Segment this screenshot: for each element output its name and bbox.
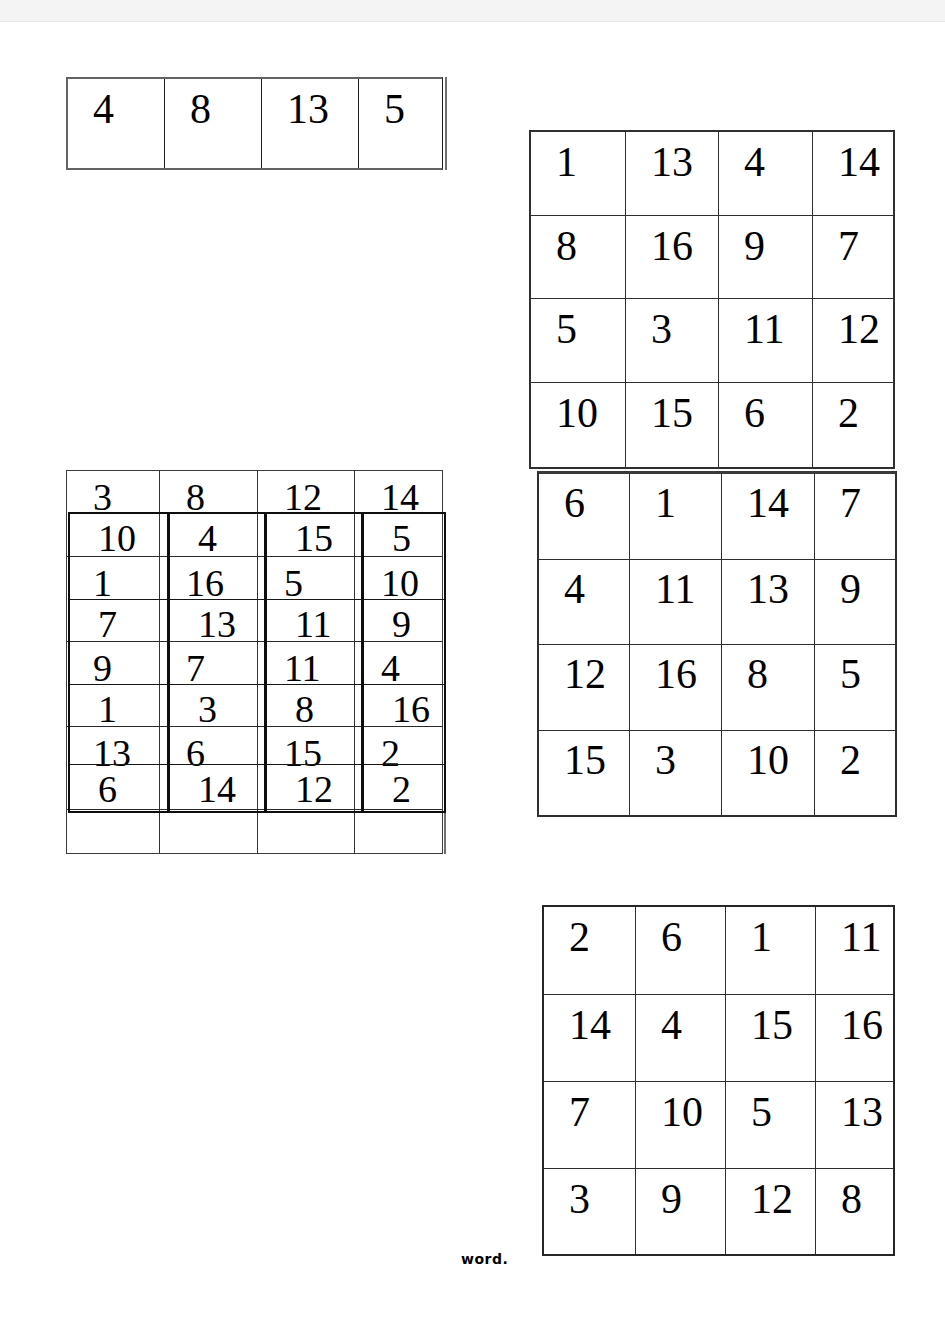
grid-cell: 5 — [531, 298, 625, 382]
schulte-grid-left-overlay: 10415571311913816614122 — [68, 512, 446, 813]
grid-cell: 1 — [629, 474, 721, 559]
grid-cell: 8 — [264, 684, 361, 764]
grid-cell: 4 — [167, 514, 264, 599]
grid-cell: 6 — [70, 764, 167, 811]
grid-cell: 2 — [814, 730, 895, 815]
grid-cell: 8 — [721, 644, 814, 730]
grid-cell: 13 — [167, 599, 264, 684]
grid-cell: 7 — [812, 215, 893, 298]
grid-cell — [257, 809, 354, 853]
grid-cell: 14 — [812, 132, 893, 215]
grid-cell: 3 — [544, 1168, 635, 1254]
grid-cell: 4 — [635, 994, 725, 1081]
grid-cell: 9 — [361, 599, 444, 684]
grid-cell: 13 — [625, 132, 718, 215]
schulte-grid-right-middle: 61147411139121685153102 — [537, 471, 897, 817]
grid-cell — [354, 809, 442, 853]
grid-cell: 10 — [531, 382, 625, 467]
worksheet-page: { "game": "schulte-table-number-grid-wor… — [0, 0, 945, 1337]
grid-cell: 1 — [531, 132, 625, 215]
grid-cell: 13 — [721, 559, 814, 644]
grid-cell: 5 — [358, 79, 442, 168]
strip-outer-right-line — [445, 77, 447, 170]
grid-cell: 11 — [815, 907, 893, 994]
grid-cell: 6 — [635, 907, 725, 994]
grid-cell: 8 — [531, 215, 625, 298]
schulte-grid-right-top: 11341481697531112101562 — [529, 130, 895, 469]
grid-cell: 3 — [625, 298, 718, 382]
grid-cell: 6 — [718, 382, 812, 467]
grid-cell: 13 — [261, 79, 358, 168]
grid-cell: 2 — [544, 907, 635, 994]
grid-cell: 10 — [70, 514, 167, 599]
grid-cell: 16 — [815, 994, 893, 1081]
grid-cell — [67, 809, 159, 853]
grid-cell: 14 — [721, 474, 814, 559]
left-block-outer-right-line — [444, 810, 446, 854]
grid-cell: 8 — [815, 1168, 893, 1254]
grid-cell: 1 — [70, 684, 167, 764]
grid-cell: 5 — [361, 514, 444, 599]
grid-cell: 11 — [629, 559, 721, 644]
grid-cell: 3 — [167, 684, 264, 764]
grid-cell: 12 — [812, 298, 893, 382]
grid-cell: 15 — [264, 514, 361, 599]
grid-cell: 8 — [164, 79, 261, 168]
number-strip-grid: 48135 — [66, 77, 443, 170]
grid-cell: 9 — [814, 559, 895, 644]
grid-cell: 13 — [815, 1081, 893, 1168]
grid-cell: 6 — [539, 474, 629, 559]
grid-cell: 14 — [167, 764, 264, 811]
grid-cell: 15 — [539, 730, 629, 815]
grid-cell: 11 — [718, 298, 812, 382]
grid-cell: 1 — [725, 907, 815, 994]
footer-word-label: word. — [461, 1251, 508, 1267]
schulte-grid-bottom-right: 26111144151671051339128 — [542, 905, 895, 1256]
grid-cell: 11 — [264, 599, 361, 684]
grid-cell: 9 — [635, 1168, 725, 1254]
page-top-edge-band — [0, 0, 945, 22]
grid-cell: 15 — [625, 382, 718, 467]
grid-cell: 9 — [718, 215, 812, 298]
grid-cell: 4 — [539, 559, 629, 644]
grid-cell: 10 — [635, 1081, 725, 1168]
grid-cell: 3 — [629, 730, 721, 815]
grid-cell: 7 — [70, 599, 167, 684]
grid-cell: 12 — [264, 764, 361, 811]
grid-cell: 5 — [814, 644, 895, 730]
grid-cell: 16 — [361, 684, 444, 764]
grid-cell — [159, 809, 257, 853]
grid-cell: 12 — [539, 644, 629, 730]
grid-cell: 15 — [725, 994, 815, 1081]
grid-cell: 4 — [68, 79, 164, 168]
grid-cell: 14 — [544, 994, 635, 1081]
grid-cell: 7 — [814, 474, 895, 559]
grid-cell: 12 — [725, 1168, 815, 1254]
grid-cell: 16 — [629, 644, 721, 730]
grid-cell: 4 — [718, 132, 812, 215]
grid-cell: 5 — [725, 1081, 815, 1168]
grid-cell: 10 — [721, 730, 814, 815]
grid-cell: 7 — [544, 1081, 635, 1168]
grid-cell: 2 — [812, 382, 893, 467]
grid-cell: 16 — [625, 215, 718, 298]
grid-cell: 2 — [361, 764, 444, 811]
